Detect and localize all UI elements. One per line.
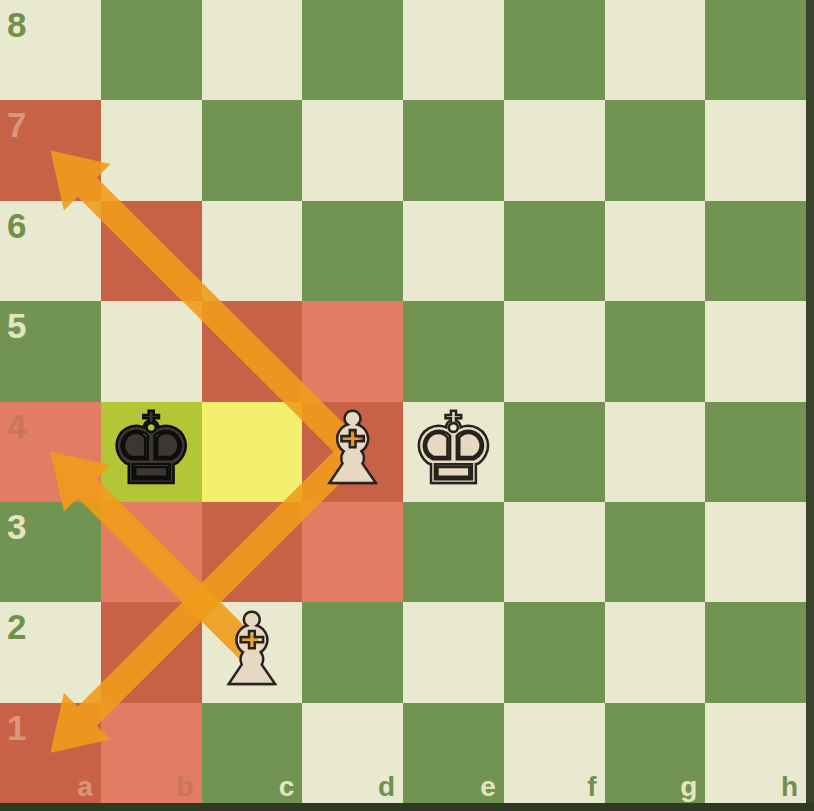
square-g2[interactable]	[605, 602, 706, 702]
piece-white-bishop-d4[interactable]: ♝	[302, 402, 403, 502]
file-label-d: d	[378, 773, 395, 801]
square-c8[interactable]	[202, 0, 303, 100]
black-king-glyph: ♚	[107, 399, 196, 498]
file-label-f: f	[587, 773, 596, 801]
white-king-glyph: ♚	[409, 399, 498, 498]
square-d2[interactable]	[302, 602, 403, 702]
square-d7[interactable]	[302, 100, 403, 200]
rank-label-4: 4	[7, 409, 26, 444]
square-g6[interactable]	[605, 201, 706, 301]
square-d5[interactable]	[302, 301, 403, 401]
square-c5[interactable]	[202, 301, 303, 401]
square-b2[interactable]	[101, 602, 202, 702]
white-bishop-glyph: ♝	[308, 399, 397, 498]
square-b3[interactable]	[101, 502, 202, 602]
file-label-a: a	[77, 773, 93, 801]
file-label-g: g	[680, 773, 697, 801]
square-c6[interactable]	[202, 201, 303, 301]
square-e1[interactable]: e	[403, 703, 504, 803]
piece-white-king-e4[interactable]: ♚	[403, 402, 504, 502]
square-c4[interactable]	[202, 402, 303, 502]
square-f4[interactable]	[504, 402, 605, 502]
square-e6[interactable]	[403, 201, 504, 301]
square-f6[interactable]	[504, 201, 605, 301]
square-a1[interactable]: 1a	[0, 703, 101, 803]
file-label-c: c	[279, 773, 295, 801]
square-e7[interactable]	[403, 100, 504, 200]
square-b6[interactable]	[101, 201, 202, 301]
square-f2[interactable]	[504, 602, 605, 702]
square-f8[interactable]	[504, 0, 605, 100]
square-h5[interactable]	[705, 301, 806, 401]
square-h3[interactable]	[705, 502, 806, 602]
chess-board-screenshot: 87654321abcdefgh ♚♝♚♝	[0, 0, 814, 811]
square-a5[interactable]: 5	[0, 301, 101, 401]
square-b5[interactable]	[101, 301, 202, 401]
square-e5[interactable]	[403, 301, 504, 401]
square-d3[interactable]	[302, 502, 403, 602]
square-e3[interactable]	[403, 502, 504, 602]
square-a2[interactable]: 2	[0, 602, 101, 702]
square-g3[interactable]	[605, 502, 706, 602]
square-c7[interactable]	[202, 100, 303, 200]
square-h4[interactable]	[705, 402, 806, 502]
square-d1[interactable]: d	[302, 703, 403, 803]
square-e2[interactable]	[403, 602, 504, 702]
file-label-e: e	[480, 773, 496, 801]
square-d8[interactable]	[302, 0, 403, 100]
square-h8[interactable]	[705, 0, 806, 100]
square-g1[interactable]: g	[605, 703, 706, 803]
board-bottom-edge	[0, 803, 814, 811]
square-g4[interactable]	[605, 402, 706, 502]
square-b1[interactable]: b	[101, 703, 202, 803]
square-a4[interactable]: 4	[0, 402, 101, 502]
square-d6[interactable]	[302, 201, 403, 301]
rank-label-2: 2	[7, 609, 26, 644]
white-bishop-glyph: ♝	[207, 600, 296, 699]
square-h7[interactable]	[705, 100, 806, 200]
square-e8[interactable]	[403, 0, 504, 100]
square-h2[interactable]	[705, 602, 806, 702]
file-label-h: h	[781, 773, 798, 801]
rank-label-6: 6	[7, 208, 26, 243]
rank-label-8: 8	[7, 7, 26, 42]
rank-label-5: 5	[7, 308, 26, 343]
piece-black-king-b4[interactable]: ♚	[101, 402, 202, 502]
rank-label-3: 3	[7, 509, 26, 544]
square-g5[interactable]	[605, 301, 706, 401]
piece-white-bishop-c2[interactable]: ♝	[202, 602, 303, 702]
square-c1[interactable]: c	[202, 703, 303, 803]
board-right-edge	[806, 0, 814, 811]
rank-label-7: 7	[7, 107, 26, 142]
square-c3[interactable]	[202, 502, 303, 602]
square-b8[interactable]	[101, 0, 202, 100]
square-f3[interactable]	[504, 502, 605, 602]
square-a8[interactable]: 8	[0, 0, 101, 100]
square-f5[interactable]	[504, 301, 605, 401]
square-b7[interactable]	[101, 100, 202, 200]
square-g8[interactable]	[605, 0, 706, 100]
square-a3[interactable]: 3	[0, 502, 101, 602]
square-h1[interactable]: h	[705, 703, 806, 803]
square-a7[interactable]: 7	[0, 100, 101, 200]
square-f7[interactable]	[504, 100, 605, 200]
rank-label-1: 1	[7, 710, 26, 745]
square-g7[interactable]	[605, 100, 706, 200]
square-a6[interactable]: 6	[0, 201, 101, 301]
square-f1[interactable]: f	[504, 703, 605, 803]
file-label-b: b	[176, 773, 193, 801]
square-h6[interactable]	[705, 201, 806, 301]
